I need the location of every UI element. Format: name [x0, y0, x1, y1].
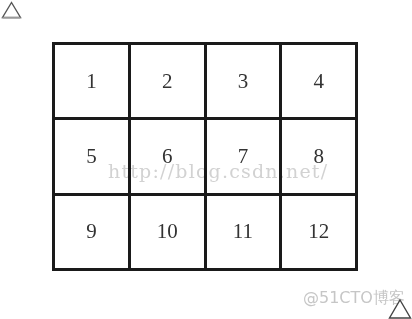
grid-cell-12: 12	[282, 196, 355, 268]
grid-cell-6: 6	[131, 120, 204, 192]
grid-cell-4: 4	[282, 45, 355, 117]
grid-cell-7: 7	[207, 120, 280, 192]
triangle-icon-bottom-right	[388, 299, 412, 319]
grid-cell-8: 8	[282, 120, 355, 192]
grid-cell-3: 3	[207, 45, 280, 117]
grid-cell-9: 9	[55, 196, 128, 268]
numbered-grid-board: 1 2 3 4 5 6 7 8 9 10 11 12	[52, 42, 358, 271]
page: 1 2 3 4 5 6 7 8 9 10 11 12 http://blog.c…	[0, 0, 412, 319]
grid-cell-11: 11	[207, 196, 280, 268]
grid-cell-1: 1	[55, 45, 128, 117]
triangle-icon-top-left	[1, 1, 23, 20]
grid-cell-2: 2	[131, 45, 204, 117]
grid-cell-5: 5	[55, 120, 128, 192]
grid-cell-10: 10	[131, 196, 204, 268]
